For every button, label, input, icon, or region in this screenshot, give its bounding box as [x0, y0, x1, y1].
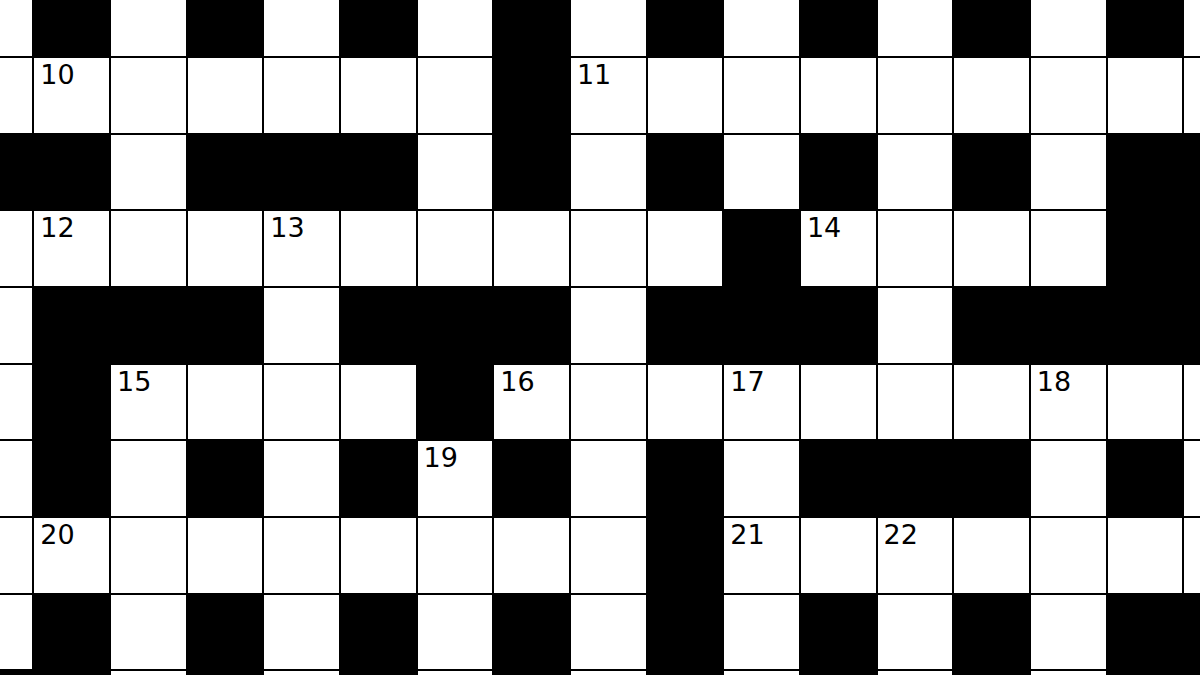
crossword-screenshot: 10111213141516171819202122	[0, 0, 1200, 675]
cell-r9c14[interactable]	[1030, 670, 1107, 675]
cell-r3c14[interactable]	[1030, 210, 1107, 287]
block-r3c16	[1183, 210, 1200, 287]
block-r0c3	[187, 0, 264, 57]
block-r4c7	[493, 287, 570, 364]
block-r4c3	[187, 287, 264, 364]
block-r3c10	[723, 210, 800, 287]
cell-r3c9[interactable]	[647, 210, 724, 287]
clue-number-14: 14	[807, 212, 841, 243]
block-r9c16	[1183, 670, 1200, 675]
clue-number-18: 18	[1037, 366, 1071, 397]
cell-r7c5[interactable]	[340, 517, 417, 594]
block-r2c13	[953, 134, 1030, 211]
block-r0c11	[800, 0, 877, 57]
block-r2c5	[340, 134, 417, 211]
cell-r1c14[interactable]	[1030, 57, 1107, 134]
cell-r4c12[interactable]	[877, 287, 954, 364]
cell-r3c0[interactable]	[0, 210, 33, 287]
cell-r1c9[interactable]	[647, 57, 724, 134]
cell-r8c14[interactable]	[1030, 594, 1107, 671]
cell-r2c14[interactable]	[1030, 134, 1107, 211]
cell-r3c3[interactable]	[187, 210, 264, 287]
cell-r3c2[interactable]	[110, 210, 187, 287]
block-r4c11	[800, 287, 877, 364]
cell-r1c10[interactable]	[723, 57, 800, 134]
block-r9c1	[33, 670, 110, 675]
cell-r5c12[interactable]	[877, 364, 954, 441]
block-r4c1	[33, 287, 110, 364]
block-r8c3	[187, 594, 264, 671]
cell-r7c15[interactable]	[1107, 517, 1184, 594]
clue-number-22: 22	[884, 519, 918, 550]
crossword-grid: 10111213141516171819202122	[0, 0, 1200, 675]
block-r1c7	[493, 57, 570, 134]
cell-r5c7[interactable]: 16	[493, 364, 570, 441]
block-r4c14	[1030, 287, 1107, 364]
cell-r7c14[interactable]	[1030, 517, 1107, 594]
cell-r3c8[interactable]	[570, 210, 647, 287]
block-r4c5	[340, 287, 417, 364]
block-r9c7	[493, 670, 570, 675]
cell-r8c10[interactable]	[723, 594, 800, 671]
cell-r2c10[interactable]	[723, 134, 800, 211]
cell-r6c14[interactable]	[1030, 440, 1107, 517]
block-r8c11	[800, 594, 877, 671]
cell-r3c6[interactable]	[417, 210, 494, 287]
cell-r7c2[interactable]	[110, 517, 187, 594]
cell-r2c12[interactable]	[877, 134, 954, 211]
block-r8c1	[33, 594, 110, 671]
clue-number-11: 11	[577, 59, 611, 90]
block-r6c1	[33, 440, 110, 517]
block-r4c15	[1107, 287, 1184, 364]
cell-r4c4[interactable]	[263, 287, 340, 364]
clue-number-16: 16	[500, 366, 534, 397]
block-r2c1	[33, 134, 110, 211]
clue-number-17: 17	[730, 366, 764, 397]
cell-r0c8[interactable]	[570, 0, 647, 57]
cell-r5c4[interactable]	[263, 364, 340, 441]
cell-r3c11[interactable]: 14	[800, 210, 877, 287]
block-r8c13	[953, 594, 1030, 671]
block-r4c6	[417, 287, 494, 364]
cell-r7c16[interactable]	[1183, 517, 1200, 594]
cell-r1c16[interactable]	[1183, 57, 1200, 134]
cell-r9c2[interactable]	[110, 670, 187, 675]
block-r6c9	[647, 440, 724, 517]
block-r2c3	[187, 134, 264, 211]
cell-r0c0[interactable]	[0, 0, 33, 57]
clue-number-21: 21	[730, 519, 764, 550]
cell-r4c8[interactable]	[570, 287, 647, 364]
cell-r9c8[interactable]	[570, 670, 647, 675]
cell-r5c10[interactable]: 17	[723, 364, 800, 441]
cell-r7c11[interactable]	[800, 517, 877, 594]
cell-r3c12[interactable]	[877, 210, 954, 287]
block-r4c16	[1183, 287, 1200, 364]
block-r9c3	[187, 670, 264, 675]
block-r6c5	[340, 440, 417, 517]
clue-number-15: 15	[117, 366, 151, 397]
cell-r1c13[interactable]	[953, 57, 1030, 134]
cell-r0c6[interactable]	[417, 0, 494, 57]
cell-r0c14[interactable]	[1030, 0, 1107, 57]
cell-r5c0[interactable]	[0, 364, 33, 441]
block-r2c7	[493, 134, 570, 211]
cell-r6c4[interactable]	[263, 440, 340, 517]
cell-r9c10[interactable]	[723, 670, 800, 675]
block-r6c13	[953, 440, 1030, 517]
block-r0c7	[493, 0, 570, 57]
cell-r2c6[interactable]	[417, 134, 494, 211]
cell-r7c12[interactable]: 22	[877, 517, 954, 594]
clue-number-13: 13	[270, 212, 304, 243]
block-r9c15	[1107, 670, 1184, 675]
cell-r3c4[interactable]: 13	[263, 210, 340, 287]
block-r2c0	[0, 134, 33, 211]
cell-r7c13[interactable]	[953, 517, 1030, 594]
block-r4c2	[110, 287, 187, 364]
block-r5c1	[33, 364, 110, 441]
block-r2c16	[1183, 134, 1200, 211]
block-r4c10	[723, 287, 800, 364]
block-r0c5	[340, 0, 417, 57]
cell-r3c13[interactable]	[953, 210, 1030, 287]
block-r7c9	[647, 517, 724, 594]
cell-r5c2[interactable]: 15	[110, 364, 187, 441]
cell-r5c3[interactable]	[187, 364, 264, 441]
cell-r5c9[interactable]	[647, 364, 724, 441]
cell-r1c8[interactable]: 11	[570, 57, 647, 134]
cell-r8c2[interactable]	[110, 594, 187, 671]
cell-r5c16[interactable]	[1183, 364, 1200, 441]
cell-r5c5[interactable]	[340, 364, 417, 441]
cell-r7c4[interactable]	[263, 517, 340, 594]
cell-r1c11[interactable]	[800, 57, 877, 134]
block-r6c12	[877, 440, 954, 517]
block-r9c9	[647, 670, 724, 675]
block-r9c5	[340, 670, 417, 675]
block-r9c13	[953, 670, 1030, 675]
block-r6c15	[1107, 440, 1184, 517]
block-r8c15	[1107, 594, 1184, 671]
block-r2c15	[1107, 134, 1184, 211]
block-r4c13	[953, 287, 1030, 364]
cell-r1c4[interactable]	[263, 57, 340, 134]
block-r9c0	[0, 670, 33, 675]
cell-r9c6[interactable]	[417, 670, 494, 675]
cell-r2c8[interactable]	[570, 134, 647, 211]
block-r9c11	[800, 670, 877, 675]
cell-r6c16[interactable]	[1183, 440, 1200, 517]
cell-r0c2[interactable]	[110, 0, 187, 57]
cell-r1c6[interactable]	[417, 57, 494, 134]
cell-r8c4[interactable]	[263, 594, 340, 671]
cell-r1c12[interactable]	[877, 57, 954, 134]
clue-number-12: 12	[40, 212, 74, 243]
block-r8c9	[647, 594, 724, 671]
cell-r2c2[interactable]	[110, 134, 187, 211]
cell-r6c8[interactable]	[570, 440, 647, 517]
cell-r3c5[interactable]	[340, 210, 417, 287]
cell-r8c12[interactable]	[877, 594, 954, 671]
cell-r1c0[interactable]	[0, 57, 33, 134]
cell-r1c5[interactable]	[340, 57, 417, 134]
cell-r3c1[interactable]: 12	[33, 210, 110, 287]
block-r6c3	[187, 440, 264, 517]
cell-r0c16[interactable]	[1183, 0, 1200, 57]
block-r5c6	[417, 364, 494, 441]
block-r0c15	[1107, 0, 1184, 57]
cell-r6c10[interactable]	[723, 440, 800, 517]
block-r0c13	[953, 0, 1030, 57]
block-r0c9	[647, 0, 724, 57]
cell-r6c6[interactable]: 19	[417, 440, 494, 517]
block-r8c16	[1183, 594, 1200, 671]
cell-r5c14[interactable]: 18	[1030, 364, 1107, 441]
cell-r8c0[interactable]	[0, 594, 33, 671]
block-r6c11	[800, 440, 877, 517]
cell-r8c8[interactable]	[570, 594, 647, 671]
cell-r7c0[interactable]	[0, 517, 33, 594]
cell-r5c11[interactable]	[800, 364, 877, 441]
cell-r7c7[interactable]	[493, 517, 570, 594]
cell-r6c0[interactable]	[0, 440, 33, 517]
cell-r5c15[interactable]	[1107, 364, 1184, 441]
clue-number-20: 20	[40, 519, 74, 550]
cell-r1c2[interactable]	[110, 57, 187, 134]
cell-r4c0[interactable]	[0, 287, 33, 364]
cell-r1c15[interactable]	[1107, 57, 1184, 134]
cell-r7c8[interactable]	[570, 517, 647, 594]
cell-r5c13[interactable]	[953, 364, 1030, 441]
cell-r6c2[interactable]	[110, 440, 187, 517]
cell-r0c10[interactable]	[723, 0, 800, 57]
block-r4c9	[647, 287, 724, 364]
block-r0c1	[33, 0, 110, 57]
clue-number-19: 19	[424, 442, 458, 473]
cell-r7c1[interactable]: 20	[33, 517, 110, 594]
cell-r0c12[interactable]	[877, 0, 954, 57]
cell-r9c4[interactable]	[263, 670, 340, 675]
clue-number-10: 10	[40, 59, 74, 90]
cell-r3c7[interactable]	[493, 210, 570, 287]
cell-r8c6[interactable]	[417, 594, 494, 671]
cell-r1c3[interactable]	[187, 57, 264, 134]
block-r2c11	[800, 134, 877, 211]
cell-r1c1[interactable]: 10	[33, 57, 110, 134]
block-r3c15	[1107, 210, 1184, 287]
block-r8c5	[340, 594, 417, 671]
block-r8c7	[493, 594, 570, 671]
block-r6c7	[493, 440, 570, 517]
cell-r7c3[interactable]	[187, 517, 264, 594]
cell-r7c10[interactable]: 21	[723, 517, 800, 594]
cell-r7c6[interactable]	[417, 517, 494, 594]
block-r2c4	[263, 134, 340, 211]
cell-r0c4[interactable]	[263, 0, 340, 57]
cell-r5c8[interactable]	[570, 364, 647, 441]
cell-r9c12[interactable]	[877, 670, 954, 675]
block-r2c9	[647, 134, 724, 211]
